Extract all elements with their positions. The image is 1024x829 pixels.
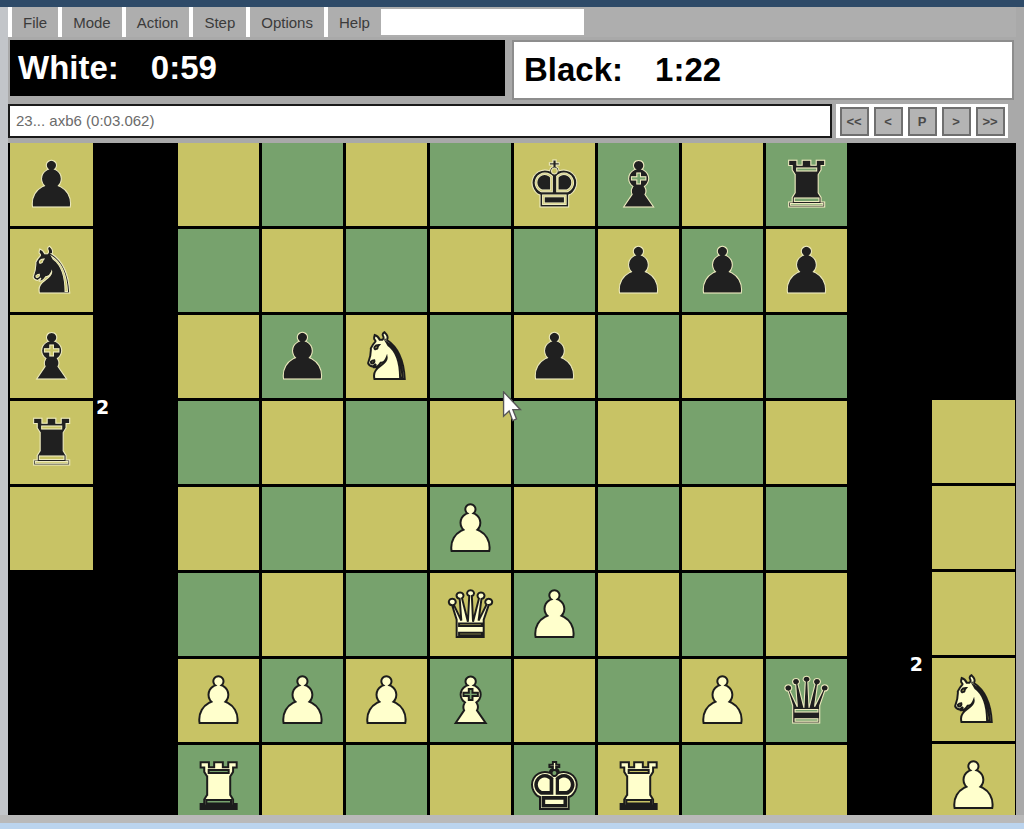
square-d6[interactable]	[430, 315, 511, 398]
square-d3[interactable]: ♛	[430, 573, 511, 656]
piece-white-pawn: ♟	[694, 669, 751, 733]
menu-action[interactable]: Action	[126, 7, 190, 37]
move-message-field: 23... axb6 (0:03.062)	[8, 104, 832, 138]
square-d7[interactable]	[430, 229, 511, 312]
menu-mode[interactable]: Mode	[62, 7, 122, 37]
square-b8[interactable]	[262, 143, 343, 226]
nav-button-strip: << < P > >>	[836, 104, 1008, 138]
holding-white-slot-5-pawn[interactable]: ♟	[932, 744, 1015, 815]
white-clock-label: White:	[18, 49, 119, 87]
square-f2[interactable]	[598, 659, 679, 742]
square-b3[interactable]	[262, 573, 343, 656]
square-a7[interactable]	[178, 229, 259, 312]
square-g8[interactable]	[682, 143, 763, 226]
piece-white-rook: ♜	[610, 755, 667, 816]
square-b7[interactable]	[262, 229, 343, 312]
white-knight-count-badge: 2	[893, 653, 923, 675]
square-d4[interactable]: ♟	[430, 487, 511, 570]
square-a2[interactable]: ♟	[178, 659, 259, 742]
square-b2[interactable]: ♟	[262, 659, 343, 742]
square-h1[interactable]	[766, 745, 847, 815]
nav-forward-button[interactable]: >	[942, 107, 971, 136]
piece-black-pawn: ♟	[23, 153, 80, 217]
window-top-border	[0, 0, 1024, 7]
white-holdings-tray: ♞♟	[932, 400, 1015, 815]
square-f1[interactable]: ♜	[598, 745, 679, 815]
square-d5[interactable]	[430, 401, 511, 484]
menu-file[interactable]: File	[12, 7, 58, 37]
piece-white-pawn: ♟	[945, 754, 1002, 816]
menu-help[interactable]: Help	[328, 7, 381, 37]
square-a5[interactable]	[178, 401, 259, 484]
square-c8[interactable]	[346, 143, 427, 226]
menu-blank-textbox	[381, 9, 584, 35]
square-a1[interactable]: ♜	[178, 745, 259, 815]
holding-black-slot-1-pawn[interactable]: ♟	[10, 143, 93, 226]
square-h7[interactable]: ♟	[766, 229, 847, 312]
square-g6[interactable]	[682, 315, 763, 398]
square-e3[interactable]: ♟	[514, 573, 595, 656]
square-h4[interactable]	[766, 487, 847, 570]
piece-white-queen: ♛	[442, 583, 499, 647]
square-f5[interactable]	[598, 401, 679, 484]
piece-black-rook: ♜	[23, 411, 80, 475]
square-b4[interactable]	[262, 487, 343, 570]
piece-black-knight: ♞	[23, 239, 80, 303]
square-g1[interactable]	[682, 745, 763, 815]
square-d8[interactable]	[430, 143, 511, 226]
square-f6[interactable]	[598, 315, 679, 398]
holding-black-slot-3-bishop[interactable]: ♝	[10, 315, 93, 398]
square-h6[interactable]	[766, 315, 847, 398]
square-d1[interactable]	[430, 745, 511, 815]
nav-pause-button[interactable]: P	[908, 107, 937, 136]
piece-white-pawn: ♟	[526, 583, 583, 647]
black-holdings-tray: ♟♞♝♜	[10, 143, 93, 570]
square-g3[interactable]	[682, 573, 763, 656]
square-c3[interactable]	[346, 573, 427, 656]
square-c1[interactable]	[346, 745, 427, 815]
square-d2[interactable]: ♝	[430, 659, 511, 742]
nav-rewind-button[interactable]: <<	[840, 107, 869, 136]
piece-black-pawn: ♟	[526, 325, 583, 389]
window-left-border	[0, 7, 8, 823]
square-b5[interactable]	[262, 401, 343, 484]
square-c7[interactable]	[346, 229, 427, 312]
holding-white-slot-4-knight[interactable]: ♞	[932, 658, 1015, 741]
square-a4[interactable]	[178, 487, 259, 570]
board-area: ♟♞♝♜ ♚♝♜♟♟♟♟♞♟♟♛♟♟♟♟♝♟♛♜♚♜ ♞♟ 2 2	[8, 143, 1016, 815]
square-b6[interactable]: ♟	[262, 315, 343, 398]
piece-black-pawn: ♟	[694, 239, 751, 303]
nav-fast-forward-button[interactable]: >>	[976, 107, 1005, 136]
piece-black-pawn: ♟	[610, 239, 667, 303]
square-g5[interactable]	[682, 401, 763, 484]
piece-white-knight: ♞	[945, 668, 1002, 732]
holding-black-slot-2-knight[interactable]: ♞	[10, 229, 93, 312]
piece-white-bishop: ♝	[442, 669, 499, 733]
black-rook-count-badge: 2	[96, 396, 116, 418]
white-clock: White: 0:59	[10, 40, 505, 96]
menu-options[interactable]: Options	[250, 7, 324, 37]
nav-back-button[interactable]: <	[874, 107, 903, 136]
holding-black-slot-5-empty[interactable]	[10, 487, 93, 570]
piece-black-rook: ♜	[778, 153, 835, 217]
window-bottom-strip	[0, 823, 1024, 829]
piece-black-bishop: ♝	[610, 153, 667, 217]
square-f8[interactable]: ♝	[598, 143, 679, 226]
piece-black-bishop: ♝	[23, 325, 80, 389]
square-g7[interactable]: ♟	[682, 229, 763, 312]
main-board: ♚♝♜♟♟♟♟♞♟♟♛♟♟♟♟♝♟♛♜♚♜	[178, 143, 847, 815]
square-a8[interactable]	[178, 143, 259, 226]
piece-black-king: ♚	[526, 153, 583, 217]
black-clock: Black: 1:22	[512, 40, 1014, 100]
square-g4[interactable]	[682, 487, 763, 570]
square-c6[interactable]: ♞	[346, 315, 427, 398]
square-e5[interactable]	[514, 401, 595, 484]
window-bottom-border	[0, 815, 1024, 823]
square-h2[interactable]: ♛	[766, 659, 847, 742]
square-c2[interactable]: ♟	[346, 659, 427, 742]
black-clock-label: Black:	[524, 51, 623, 89]
square-e6[interactable]: ♟	[514, 315, 595, 398]
holding-white-slot-1-empty[interactable]	[932, 400, 1015, 483]
square-h8[interactable]: ♜	[766, 143, 847, 226]
piece-white-knight: ♞	[358, 325, 415, 389]
piece-white-rook: ♜	[190, 755, 247, 816]
square-e2[interactable]	[514, 659, 595, 742]
holding-black-slot-4-rook[interactable]: ♜	[10, 401, 93, 484]
square-f4[interactable]	[598, 487, 679, 570]
piece-black-pawn: ♟	[778, 239, 835, 303]
piece-white-pawn: ♟	[274, 669, 331, 733]
piece-white-pawn: ♟	[358, 669, 415, 733]
black-clock-time: 1:22	[655, 51, 721, 89]
mouse-cursor-icon	[500, 391, 524, 427]
piece-black-queen: ♛	[778, 669, 835, 733]
square-c5[interactable]	[346, 401, 427, 484]
holding-white-slot-3-empty[interactable]	[932, 572, 1015, 655]
square-f7[interactable]: ♟	[598, 229, 679, 312]
square-b1[interactable]	[262, 745, 343, 815]
square-e4[interactable]	[514, 487, 595, 570]
square-a6[interactable]	[178, 315, 259, 398]
piece-black-pawn: ♟	[274, 325, 331, 389]
menu-bar: File Mode Action Step Options Help	[8, 7, 1016, 37]
piece-white-pawn: ♟	[442, 497, 499, 561]
white-clock-time: 0:59	[151, 49, 217, 87]
square-h5[interactable]	[766, 401, 847, 484]
square-g2[interactable]: ♟	[682, 659, 763, 742]
square-e1[interactable]: ♚	[514, 745, 595, 815]
square-c4[interactable]	[346, 487, 427, 570]
piece-white-pawn: ♟	[190, 669, 247, 733]
square-a3[interactable]	[178, 573, 259, 656]
square-h3[interactable]	[766, 573, 847, 656]
square-e8[interactable]: ♚	[514, 143, 595, 226]
piece-white-king: ♚	[526, 755, 583, 816]
menu-step[interactable]: Step	[193, 7, 246, 37]
square-e7[interactable]	[514, 229, 595, 312]
square-f3[interactable]	[598, 573, 679, 656]
holding-white-slot-2-empty[interactable]	[932, 486, 1015, 569]
